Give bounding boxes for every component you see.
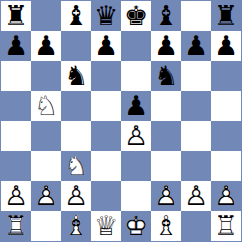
- piece-fill-glyph: ♟: [211, 181, 241, 211]
- square-b5[interactable]: ♞♘: [31, 91, 61, 121]
- piece-fill-glyph: ♛: [91, 1, 121, 31]
- black-king-e8[interactable]: ♚: [121, 1, 151, 31]
- piece-fill-glyph: ♜: [1, 211, 31, 241]
- white-knight-b5[interactable]: ♞♘: [31, 91, 61, 121]
- square-d7[interactable]: ♟: [91, 31, 121, 61]
- square-h7[interactable]: ♟: [211, 31, 241, 61]
- square-c7[interactable]: [61, 31, 91, 61]
- piece-outline-glyph: ♘: [31, 91, 61, 121]
- square-h6[interactable]: [211, 61, 241, 91]
- piece-outline-glyph: ♖: [211, 211, 241, 241]
- piece-fill-glyph: ♞: [61, 61, 91, 91]
- square-b4[interactable]: [31, 121, 61, 151]
- piece-fill-glyph: ♚: [121, 1, 151, 31]
- square-g4[interactable]: [181, 121, 211, 151]
- black-knight-f6[interactable]: ♞: [151, 61, 181, 91]
- square-c8[interactable]: ♝: [61, 1, 91, 31]
- white-bishop-f1[interactable]: ♝♗: [151, 211, 181, 241]
- black-queen-d8[interactable]: ♛: [91, 1, 121, 31]
- square-e8[interactable]: ♚: [121, 1, 151, 31]
- square-b3[interactable]: [31, 151, 61, 181]
- black-bishop-f8[interactable]: ♝: [151, 1, 181, 31]
- white-rook-h1[interactable]: ♜♖: [211, 211, 241, 241]
- square-g8[interactable]: [181, 1, 211, 31]
- square-g6[interactable]: [181, 61, 211, 91]
- piece-fill-glyph: ♟: [1, 181, 31, 211]
- chess-board: ♜♝♛♚♝♜♟♟♟♟♟♟♞♞♞♘♟♟♙♞♘♟♙♟♙♟♙♟♙♟♙♟♙♜♖♝♗♛♕♚…: [0, 0, 242, 242]
- black-pawn-d7[interactable]: ♟: [91, 31, 121, 61]
- square-c6[interactable]: ♞: [61, 61, 91, 91]
- white-pawn-f2[interactable]: ♟♙: [151, 181, 181, 211]
- black-rook-h8[interactable]: ♜: [211, 1, 241, 31]
- square-f6[interactable]: ♞: [151, 61, 181, 91]
- piece-fill-glyph: ♟: [121, 121, 151, 151]
- black-pawn-f7[interactable]: ♟: [151, 31, 181, 61]
- square-e6[interactable]: [121, 61, 151, 91]
- square-d8[interactable]: ♛: [91, 1, 121, 31]
- piece-outline-glyph: ♖: [1, 211, 31, 241]
- piece-outline-glyph: ♙: [211, 181, 241, 211]
- piece-fill-glyph: ♟: [151, 181, 181, 211]
- piece-outline-glyph: ♗: [61, 211, 91, 241]
- square-b6[interactable]: [31, 61, 61, 91]
- square-c1[interactable]: ♝♗: [61, 211, 91, 241]
- black-pawn-h7[interactable]: ♟: [211, 31, 241, 61]
- square-e5[interactable]: ♟: [121, 91, 151, 121]
- piece-fill-glyph: ♟: [151, 31, 181, 61]
- white-pawn-h2[interactable]: ♟♙: [211, 181, 241, 211]
- piece-outline-glyph: ♙: [1, 181, 31, 211]
- square-h3[interactable]: [211, 151, 241, 181]
- piece-fill-glyph: ♜: [211, 1, 241, 31]
- piece-fill-glyph: ♛: [91, 211, 121, 241]
- black-bishop-c8[interactable]: ♝: [61, 1, 91, 31]
- piece-fill-glyph: ♟: [181, 31, 211, 61]
- square-a3[interactable]: [1, 151, 31, 181]
- square-h5[interactable]: [211, 91, 241, 121]
- square-a6[interactable]: [1, 61, 31, 91]
- piece-outline-glyph: ♔: [121, 211, 151, 241]
- square-d4[interactable]: [91, 121, 121, 151]
- square-e7[interactable]: [121, 31, 151, 61]
- white-pawn-g2[interactable]: ♟♙: [181, 181, 211, 211]
- piece-fill-glyph: ♟: [91, 31, 121, 61]
- black-pawn-b7[interactable]: ♟: [31, 31, 61, 61]
- square-f3[interactable]: [151, 151, 181, 181]
- square-a8[interactable]: ♜: [1, 1, 31, 31]
- piece-outline-glyph: ♙: [121, 121, 151, 151]
- square-f2[interactable]: ♟♙: [151, 181, 181, 211]
- piece-fill-glyph: ♟: [121, 91, 151, 121]
- piece-fill-glyph: ♞: [31, 91, 61, 121]
- square-d3[interactable]: [91, 151, 121, 181]
- white-pawn-b2[interactable]: ♟♙: [31, 181, 61, 211]
- square-e4[interactable]: ♟♙: [121, 121, 151, 151]
- square-h8[interactable]: ♜: [211, 1, 241, 31]
- piece-fill-glyph: ♝: [61, 1, 91, 31]
- square-h2[interactable]: ♟♙: [211, 181, 241, 211]
- square-b7[interactable]: ♟: [31, 31, 61, 61]
- piece-fill-glyph: ♟: [211, 31, 241, 61]
- piece-outline-glyph: ♙: [31, 181, 61, 211]
- square-c3[interactable]: ♞♘: [61, 151, 91, 181]
- black-pawn-a7[interactable]: ♟: [1, 31, 31, 61]
- square-e3[interactable]: [121, 151, 151, 181]
- white-queen-d1[interactable]: ♛♕: [91, 211, 121, 241]
- square-a1[interactable]: ♜♖: [1, 211, 31, 241]
- piece-outline-glyph: ♙: [151, 181, 181, 211]
- piece-fill-glyph: ♝: [151, 1, 181, 31]
- square-h1[interactable]: ♜♖: [211, 211, 241, 241]
- white-king-e1[interactable]: ♚♔: [121, 211, 151, 241]
- square-f1[interactable]: ♝♗: [151, 211, 181, 241]
- square-c4[interactable]: [61, 121, 91, 151]
- square-a2[interactable]: ♟♙: [1, 181, 31, 211]
- piece-fill-glyph: ♟: [181, 181, 211, 211]
- black-pawn-g7[interactable]: ♟: [181, 31, 211, 61]
- square-c2[interactable]: ♟♙: [61, 181, 91, 211]
- piece-outline-glyph: ♙: [61, 181, 91, 211]
- square-h4[interactable]: [211, 121, 241, 151]
- piece-fill-glyph: ♟: [31, 31, 61, 61]
- piece-fill-glyph: ♟: [1, 31, 31, 61]
- square-g2[interactable]: ♟♙: [181, 181, 211, 211]
- black-rook-a8[interactable]: ♜: [1, 1, 31, 31]
- square-b1[interactable]: [31, 211, 61, 241]
- square-d5[interactable]: [91, 91, 121, 121]
- square-f4[interactable]: [151, 121, 181, 151]
- square-f8[interactable]: ♝: [151, 1, 181, 31]
- white-knight-c3[interactable]: ♞♘: [61, 151, 91, 181]
- square-d6[interactable]: [91, 61, 121, 91]
- black-pawn-e5[interactable]: ♟: [121, 91, 151, 121]
- piece-fill-glyph: ♞: [151, 61, 181, 91]
- square-a4[interactable]: [1, 121, 31, 151]
- square-g7[interactable]: ♟: [181, 31, 211, 61]
- square-c5[interactable]: [61, 91, 91, 121]
- square-f5[interactable]: [151, 91, 181, 121]
- piece-fill-glyph: ♞: [61, 151, 91, 181]
- white-pawn-e4[interactable]: ♟♙: [121, 121, 151, 151]
- piece-fill-glyph: ♝: [151, 211, 181, 241]
- black-knight-c6[interactable]: ♞: [61, 61, 91, 91]
- piece-outline-glyph: ♙: [181, 181, 211, 211]
- piece-outline-glyph: ♕: [91, 211, 121, 241]
- square-a5[interactable]: [1, 91, 31, 121]
- square-g3[interactable]: [181, 151, 211, 181]
- piece-fill-glyph: ♝: [61, 211, 91, 241]
- piece-fill-glyph: ♜: [1, 1, 31, 31]
- square-d2[interactable]: [91, 181, 121, 211]
- white-pawn-c2[interactable]: ♟♙: [61, 181, 91, 211]
- square-b2[interactable]: ♟♙: [31, 181, 61, 211]
- piece-fill-glyph: ♟: [61, 181, 91, 211]
- square-b8[interactable]: [31, 1, 61, 31]
- piece-outline-glyph: ♘: [61, 151, 91, 181]
- piece-fill-glyph: ♜: [211, 211, 241, 241]
- white-pawn-a2[interactable]: ♟♙: [1, 181, 31, 211]
- white-bishop-c1[interactable]: ♝♗: [61, 211, 91, 241]
- square-g5[interactable]: [181, 91, 211, 121]
- square-e1[interactable]: ♚♔: [121, 211, 151, 241]
- piece-fill-glyph: ♚: [121, 211, 151, 241]
- white-rook-a1[interactable]: ♜♖: [1, 211, 31, 241]
- square-d1[interactable]: ♛♕: [91, 211, 121, 241]
- square-f7[interactable]: ♟: [151, 31, 181, 61]
- piece-outline-glyph: ♗: [151, 211, 181, 241]
- square-g1[interactable]: [181, 211, 211, 241]
- square-a7[interactable]: ♟: [1, 31, 31, 61]
- square-e2[interactable]: [121, 181, 151, 211]
- piece-fill-glyph: ♟: [31, 181, 61, 211]
